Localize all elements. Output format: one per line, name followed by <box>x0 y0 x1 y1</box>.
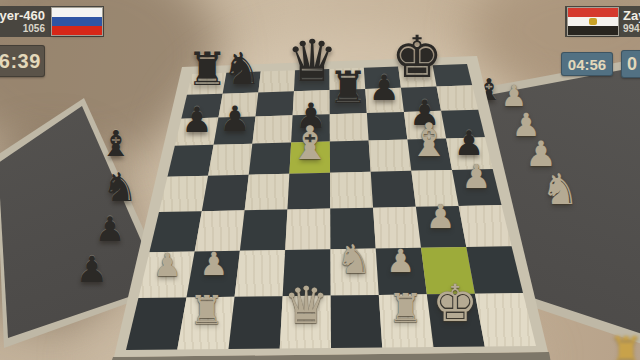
egypt-eagle-icon <box>589 18 597 25</box>
piece-bP-b6[interactable]: ♟ <box>219 102 250 137</box>
flag-stripe <box>52 8 102 17</box>
piece-bP-a6[interactable]: ♟ <box>181 103 212 138</box>
piece-bP-h5[interactable]: ♟ <box>454 126 484 160</box>
clock-black-time: 06:39 <box>0 50 41 73</box>
captured-black-pawn: ♟ <box>76 252 108 288</box>
captured-black-bishop: ♝ <box>100 126 132 162</box>
clock-black: 06:39 <box>0 45 45 77</box>
player-name-white: Zay <box>623 8 640 23</box>
game-screen: ♝♞♟♟ ♝♟♟♟♞♜ ♜♞♛♚♜♟♟♟♟♟♝♝♟♟♟♟♟♞♟♜♛♜♚ yer-… <box>0 0 640 360</box>
piece-wP-h4[interactable]: ♟ <box>461 160 491 193</box>
piece-wP-a2[interactable]: ♟ <box>153 249 182 281</box>
player-rating-black: 1056 <box>23 23 45 34</box>
piece-wR-b1[interactable]: ♜ <box>189 290 225 330</box>
blurred-foreground-piece: ♜ <box>608 331 640 360</box>
piece-wR-f1[interactable]: ♜ <box>387 288 423 328</box>
clock-white-secondary-time: 0 <box>627 54 637 75</box>
captured-white-knight: ♞ <box>541 169 579 211</box>
captured-black-knight: ♞ <box>102 167 138 207</box>
russia-flag-icon <box>52 8 102 35</box>
flag-stripe <box>52 17 102 26</box>
piece-bN-b8[interactable]: ♞ <box>222 47 261 91</box>
piece-wB-d5[interactable]: ♝ <box>289 120 330 166</box>
captured-black-pawn: ♟ <box>95 212 125 246</box>
piece-bP-f7[interactable]: ♟ <box>369 72 400 107</box>
player-rating-white: 994 <box>623 23 640 34</box>
piece-wB-g5[interactable]: ♝ <box>409 117 450 163</box>
piece-wP-g3[interactable]: ♟ <box>426 200 456 233</box>
egypt-flag-icon <box>568 8 618 35</box>
piece-bR-e7[interactable]: ♜ <box>328 65 368 110</box>
piece-wP-b2[interactable]: ♟ <box>200 248 229 280</box>
flag-stripe <box>52 26 102 35</box>
flag-stripe <box>568 8 618 17</box>
piece-wK-g1[interactable]: ♚ <box>432 279 478 330</box>
clock-white: 04:56 <box>561 52 613 76</box>
piece-wP-f2[interactable]: ♟ <box>386 245 415 277</box>
clock-white-secondary: 0 <box>621 50 640 78</box>
flag-stripe <box>568 26 618 35</box>
piece-wN-e2[interactable]: ♞ <box>336 239 372 279</box>
clock-white-time: 04:56 <box>568 56 606 73</box>
piece-wQ-d1[interactable]: ♛ <box>283 280 329 331</box>
player-name-black: yer-460 <box>0 8 45 23</box>
